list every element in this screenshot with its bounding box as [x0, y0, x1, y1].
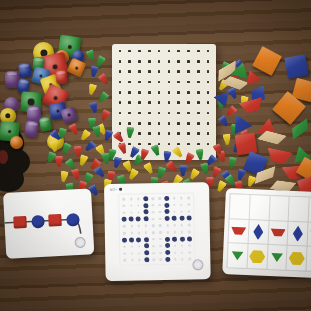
peg-yellow[interactable] [223, 134, 232, 146]
pegboard-hole[interactable] [197, 91, 200, 94]
pegboard-hole[interactable] [207, 132, 210, 135]
bead-pattern-card[interactable] [3, 188, 94, 259]
pegboard-hole[interactable] [207, 112, 210, 115]
pegboard-hole[interactable] [168, 50, 171, 53]
orange-sphere-bead[interactable] [10, 136, 23, 149]
pattern-dot-empty [188, 204, 190, 206]
pegboard-hole[interactable] [148, 112, 151, 115]
pegboard-hole[interactable] [177, 60, 180, 63]
bead-hole [7, 129, 11, 133]
pattern-dot-blue [122, 217, 127, 222]
pattern-dot-blue [165, 209, 170, 214]
pegboard-hole[interactable] [177, 132, 180, 135]
pattern-dot-empty [180, 210, 182, 212]
pattern-dot-empty [180, 204, 182, 206]
purple-cyl-bead[interactable] [24, 120, 39, 138]
pattern-dot-blue [165, 237, 170, 242]
pattern-dot-blue [144, 244, 149, 249]
pattern-dot-empty [152, 231, 154, 233]
pattern-dot-empty [123, 205, 125, 207]
peg-yellow[interactable] [143, 162, 155, 175]
toy-set-photo: 60+ [0, 0, 311, 311]
pegboard-hole[interactable] [119, 81, 122, 84]
bead-top-face [27, 121, 37, 126]
pattern-dot-blue [143, 203, 148, 208]
pegboard-hole[interactable] [158, 70, 161, 73]
peg-blue[interactable] [93, 166, 106, 180]
pattern-dot-blue [164, 196, 169, 201]
pegboard-hole[interactable] [158, 60, 161, 63]
pattern-dot-blue [165, 216, 170, 221]
block-card-cell [289, 197, 309, 221]
pegboard-hole[interactable] [158, 91, 161, 94]
pegboard-hole[interactable] [177, 101, 180, 104]
bead-top-face [20, 79, 29, 84]
pegboard-hole[interactable] [158, 81, 161, 84]
peg-pattern-frame [118, 192, 195, 265]
pattern-dot-empty [152, 225, 154, 227]
bead-top-face [7, 72, 18, 76]
pattern-dot-empty [159, 204, 161, 206]
pegboard-hole[interactable] [177, 50, 180, 53]
pattern-dot-empty [152, 218, 154, 220]
pattern-dot-empty [137, 211, 139, 213]
badge-dot-icon [119, 188, 122, 191]
pattern-dot-blue [172, 236, 177, 241]
bead-top-face [57, 70, 66, 74]
pattern-dot-empty [138, 245, 140, 247]
peg-yellow[interactable] [87, 83, 98, 96]
pegboard-hole[interactable] [128, 70, 131, 73]
bead-top-face [40, 117, 49, 122]
pegboard-hole[interactable] [207, 101, 210, 104]
peg-pattern-grid [120, 194, 193, 263]
pegboard-hole[interactable] [187, 143, 190, 146]
pattern-dot-empty [181, 224, 183, 226]
pattern-dot-blue [144, 237, 149, 242]
pegboard-hole[interactable] [148, 132, 151, 135]
pegboard-hole[interactable] [168, 143, 171, 146]
pattern-dot-empty [159, 238, 161, 240]
pegboard-hole[interactable] [187, 91, 190, 94]
peg-yellow[interactable] [59, 170, 69, 182]
block-pattern-grid [227, 193, 311, 272]
block-card-cell [229, 219, 249, 243]
pattern-dot-empty [173, 204, 175, 206]
pattern-dot-empty [188, 251, 190, 253]
pattern-dot-empty [160, 258, 162, 260]
pegboard-hole[interactable] [138, 143, 141, 146]
bead-hole [75, 66, 79, 70]
pegboard-hole[interactable] [207, 81, 210, 84]
purple-cube-bead[interactable] [60, 106, 78, 124]
bead-hole [67, 113, 71, 117]
pegboard-hole[interactable] [148, 91, 151, 94]
pattern-dot-empty [131, 252, 133, 254]
pattern-dot-empty [137, 204, 139, 206]
pegboard-hole[interactable] [148, 50, 151, 53]
pattern-dot-empty [174, 231, 176, 233]
pattern-dot-empty [180, 197, 182, 199]
pegboard-hole[interactable] [187, 50, 190, 53]
pattern-dot-empty [173, 197, 175, 199]
pattern-dot-empty [130, 225, 132, 227]
pegboard-hole[interactable] [187, 101, 190, 104]
pegboard-hole[interactable] [119, 122, 122, 125]
pattern-dot-blue [143, 217, 148, 222]
pattern-dot-empty [159, 218, 161, 220]
blue-block-sq[interactable] [284, 54, 308, 78]
block-pattern-card[interactable] [222, 188, 311, 278]
pattern-dot-blue [136, 237, 141, 242]
pattern-dot-empty [152, 204, 154, 206]
lace-coil [0, 166, 24, 192]
pegboard-hole[interactable] [138, 101, 141, 104]
pegboard-hole[interactable] [138, 91, 141, 94]
blue-circle-bead [31, 214, 45, 228]
pegboard-hole[interactable] [148, 122, 151, 125]
pegboard-hole[interactable] [148, 101, 151, 104]
pegboard-hole[interactable] [197, 70, 200, 73]
pegboard-hole[interactable] [207, 60, 210, 63]
pegboard-hole[interactable] [158, 122, 161, 125]
green-triangle-icon [310, 254, 311, 264]
peg-blue[interactable] [179, 165, 187, 176]
peg-green[interactable] [155, 166, 166, 179]
bead-hole [27, 98, 34, 105]
pegboard-hole[interactable] [168, 132, 171, 135]
bead-top-face [20, 63, 30, 68]
pegboard-hole[interactable] [119, 70, 122, 73]
red-trapezoid-icon [231, 227, 246, 236]
pattern-dot-empty [145, 225, 147, 227]
pegboard-hole[interactable] [168, 101, 171, 104]
pattern-dot-empty [174, 251, 176, 253]
pegboard-hole[interactable] [177, 122, 180, 125]
peg-blue[interactable] [235, 168, 246, 181]
peg-pattern-card[interactable]: 60+ [104, 182, 211, 281]
pattern-dot-empty [173, 211, 175, 213]
pattern-dot-empty [123, 245, 125, 247]
pattern-dot-empty [152, 252, 154, 254]
pegboard-hole[interactable] [138, 81, 141, 84]
pegboard-hole[interactable] [177, 143, 180, 146]
pegboard-hole[interactable] [197, 101, 200, 104]
block-card-cell [307, 247, 311, 271]
block-card-cell [287, 246, 307, 270]
pattern-dot-empty [174, 258, 176, 260]
pattern-dot-empty [188, 258, 190, 260]
bead-top-face [28, 106, 39, 111]
pattern-dot-empty [188, 244, 190, 246]
pattern-dot-empty [181, 244, 183, 246]
pegboard-hole[interactable] [158, 132, 161, 135]
pegboard-hole[interactable] [158, 112, 161, 115]
pattern-dot-empty [188, 224, 190, 226]
peg-blue[interactable] [83, 140, 96, 153]
green-triangle-icon [231, 251, 243, 261]
pattern-dot-blue [186, 216, 191, 221]
pegboard[interactable] [112, 44, 216, 160]
pattern-dot-blue [187, 236, 192, 241]
pegboard-hole[interactable] [119, 112, 122, 115]
pattern-dot-empty [123, 211, 125, 213]
pattern-dot-blue [172, 216, 177, 221]
pegboard-hole[interactable] [168, 91, 171, 94]
pattern-dot-empty [166, 224, 168, 226]
block-card-cell [249, 195, 269, 219]
pattern-dot-blue [165, 203, 170, 208]
pegboard-hole[interactable] [128, 143, 131, 146]
pattern-dot-empty [174, 245, 176, 247]
orange-block-sq[interactable] [252, 46, 282, 76]
pattern-dot-empty [188, 231, 190, 233]
pegboard-hole[interactable] [197, 81, 200, 84]
pegboard-hole[interactable] [207, 50, 210, 53]
bead-hole [67, 44, 72, 49]
pattern-dot-empty [130, 198, 132, 200]
pattern-dot-blue [136, 217, 141, 222]
block-card-cell [268, 221, 288, 245]
peg-red[interactable] [224, 105, 237, 118]
pattern-dot-empty [160, 252, 162, 254]
peg-red[interactable] [71, 168, 82, 181]
pattern-dot-empty [124, 252, 126, 254]
pegboard-hole[interactable] [138, 60, 141, 63]
pegboard-hole[interactable] [177, 70, 180, 73]
pattern-dot-blue [166, 257, 171, 262]
red-trapezoid-icon [270, 228, 285, 237]
red-trapezoid-icon [310, 230, 311, 239]
pegboard-hole[interactable] [128, 91, 131, 94]
pattern-dot-blue [144, 251, 149, 256]
pattern-dot-empty [137, 198, 139, 200]
pegboard-hole[interactable] [168, 60, 171, 63]
pegboard-hole[interactable] [177, 112, 180, 115]
pattern-dot-blue [165, 243, 170, 248]
pattern-dot-blue [165, 250, 170, 255]
pattern-dot-blue [144, 257, 149, 262]
pattern-dot-empty [145, 231, 147, 233]
pattern-dot-blue [122, 237, 127, 242]
pattern-dot-blue [179, 216, 184, 221]
pegboard-hole[interactable] [197, 112, 200, 115]
pegboard-hole[interactable] [138, 132, 141, 135]
peg-blue[interactable] [89, 101, 100, 114]
yellow-hexagon-icon [249, 250, 266, 264]
pattern-dot-empty [181, 258, 183, 260]
pegboard-hole[interactable] [128, 60, 131, 63]
pattern-dot-blue [180, 236, 185, 241]
pattern-dot-empty [152, 211, 154, 213]
pegboard-hole[interactable] [168, 70, 171, 73]
pegboard-hole[interactable] [187, 112, 190, 115]
pattern-dot-empty [124, 259, 126, 261]
blue-diamond-icon [253, 224, 264, 240]
pegboard-hole[interactable] [197, 143, 200, 146]
peg-red[interactable] [68, 123, 80, 136]
pattern-dot-empty [138, 259, 140, 261]
peg-blue[interactable] [89, 65, 99, 77]
bead-hole [52, 64, 58, 70]
peg-red[interactable] [98, 73, 111, 87]
peg-green[interactable] [45, 151, 57, 164]
peg-yellow[interactable] [245, 175, 256, 188]
block-card-cell [230, 194, 250, 218]
pegboard-hole[interactable] [197, 50, 200, 53]
pattern-dot-empty [130, 205, 132, 207]
pattern-dot-blue [129, 237, 134, 242]
bead-hole [56, 109, 60, 113]
pegboard-hole[interactable] [187, 81, 190, 84]
pegboard-hole[interactable] [207, 70, 210, 73]
pegboard-hole[interactable] [128, 112, 131, 115]
pattern-dot-empty [181, 231, 183, 233]
pattern-dot-empty [123, 232, 125, 234]
red-cyl-bead[interactable] [55, 69, 68, 84]
pattern-dot-empty [151, 197, 153, 199]
peg-red[interactable] [55, 156, 63, 167]
pattern-dot-empty [138, 252, 140, 254]
pattern-dot-empty [130, 232, 132, 234]
pattern-dot-empty [152, 245, 154, 247]
pegboard-hole[interactable] [138, 70, 141, 73]
bead-top-face [35, 57, 44, 61]
blue-diamond-icon [293, 225, 304, 241]
pegboard-hole[interactable] [168, 112, 171, 115]
pegboard-hole[interactable] [197, 122, 200, 125]
pegboard-hole[interactable] [148, 81, 151, 84]
bead-hole [5, 113, 10, 118]
pegboard-hole[interactable] [128, 101, 131, 104]
green-triangle-icon [271, 253, 283, 263]
pattern-dot-empty [152, 238, 154, 240]
peg-yellow[interactable] [188, 168, 201, 182]
pattern-dot-empty [131, 259, 133, 261]
pattern-dot-empty [131, 245, 133, 247]
block-card-cell [309, 198, 311, 222]
pegboard-hole[interactable] [119, 50, 122, 53]
pegboard-hole[interactable] [207, 122, 210, 125]
red-square-bead [48, 213, 62, 226]
pegboard-hole[interactable] [168, 122, 171, 125]
pattern-dot-empty [123, 225, 125, 227]
peg-green[interactable] [85, 49, 96, 62]
pattern-dot-blue [143, 196, 148, 201]
block-card-cell [267, 245, 287, 269]
pegboard-hole[interactable] [119, 91, 122, 94]
age-badge: 60+ [110, 187, 122, 192]
pegboard-hole[interactable] [177, 81, 180, 84]
pattern-dot-empty [174, 224, 176, 226]
pattern-dot-empty [159, 231, 161, 233]
red-block-trap[interactable] [265, 147, 293, 165]
pegboard-hole[interactable] [138, 122, 141, 125]
pattern-dot-empty [152, 259, 154, 261]
pattern-dot-empty [130, 211, 132, 213]
pegboard-hole[interactable] [148, 60, 151, 63]
block-card-cell [228, 243, 248, 267]
pegboard-hole[interactable] [138, 112, 141, 115]
peg-blue[interactable] [218, 115, 231, 129]
pegboard-hole[interactable] [168, 81, 171, 84]
pattern-dot-empty [123, 198, 125, 200]
bead-hole [53, 95, 59, 101]
peg-red[interactable] [99, 109, 111, 122]
pattern-dot-empty [159, 224, 161, 226]
pegboard-hole[interactable] [138, 50, 141, 53]
yellow-hexagon-icon [289, 251, 306, 265]
pegboard-hole[interactable] [187, 132, 190, 135]
pegboard-hole[interactable] [158, 143, 161, 146]
pattern-dot-blue [143, 210, 148, 215]
peg-yellow[interactable] [79, 129, 92, 143]
pattern-dot-empty [181, 251, 183, 253]
pattern-dot-empty [166, 231, 168, 233]
pattern-dot-empty [159, 245, 161, 247]
pattern-dot-blue [129, 217, 134, 222]
peg-green[interactable] [96, 91, 109, 105]
pegboard-hole[interactable] [207, 91, 210, 94]
block-card-cell [269, 196, 289, 220]
pattern-dot-empty [138, 232, 140, 234]
pegboard-hole[interactable] [148, 70, 151, 73]
blue-circle-bead [66, 213, 80, 227]
pegboard-hole[interactable] [119, 60, 122, 63]
red-square-bead [13, 215, 27, 228]
pegboard-hole[interactable] [128, 122, 131, 125]
pegboard-hole[interactable] [158, 101, 161, 104]
pegboard-hole[interactable] [197, 60, 200, 63]
block-card-cell [288, 221, 308, 245]
pegboard-hole[interactable] [177, 91, 180, 94]
blue-cyl-bead[interactable] [18, 62, 32, 79]
pegboard-hole[interactable] [128, 50, 131, 53]
pattern-dot-empty [188, 210, 190, 212]
orange-cube-bead[interactable] [67, 58, 87, 78]
pattern-dot-empty [138, 225, 140, 227]
pegboard-hole[interactable] [148, 143, 151, 146]
pegboard-hole[interactable] [119, 101, 122, 104]
peg-green[interactable] [227, 156, 237, 168]
block-card-cell [308, 222, 311, 246]
pattern-dot-empty [159, 197, 161, 199]
pattern-dot-empty [159, 211, 161, 213]
pattern-dot-empty [187, 197, 189, 199]
age-badge-label: 60+ [110, 187, 117, 192]
pegboard-hole[interactable] [158, 50, 161, 53]
pegboard-hole[interactable] [128, 81, 131, 84]
block-card-cell [247, 244, 267, 268]
pegboard-hole[interactable] [197, 132, 200, 135]
pegboard-hole[interactable] [207, 143, 210, 146]
pegboard-hole[interactable] [187, 122, 190, 125]
brand-emblem-icon [192, 259, 203, 270]
pegboard-hole[interactable] [187, 70, 190, 73]
pegboard-hole[interactable] [187, 60, 190, 63]
block-card-cell [248, 220, 268, 244]
